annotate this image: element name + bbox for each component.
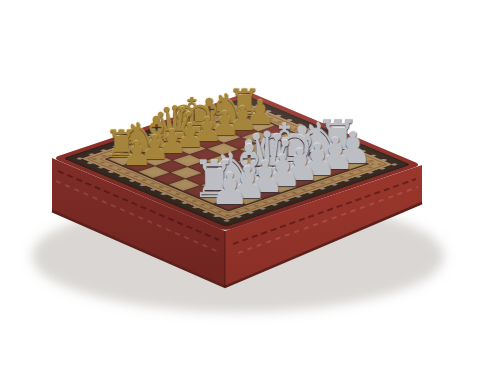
chess-piece-gold-pawn[interactable]: ♟ <box>122 137 152 170</box>
chess-piece-silver-pawn[interactable]: ♟ <box>210 167 249 211</box>
chess-set-photo: ♜♞♝♚♛♝♞♜♟♟♟♟♟♟♟♟♜♞♝♚♛♝♞♜♟♟♟♟♟♟♟♟ <box>0 0 480 376</box>
